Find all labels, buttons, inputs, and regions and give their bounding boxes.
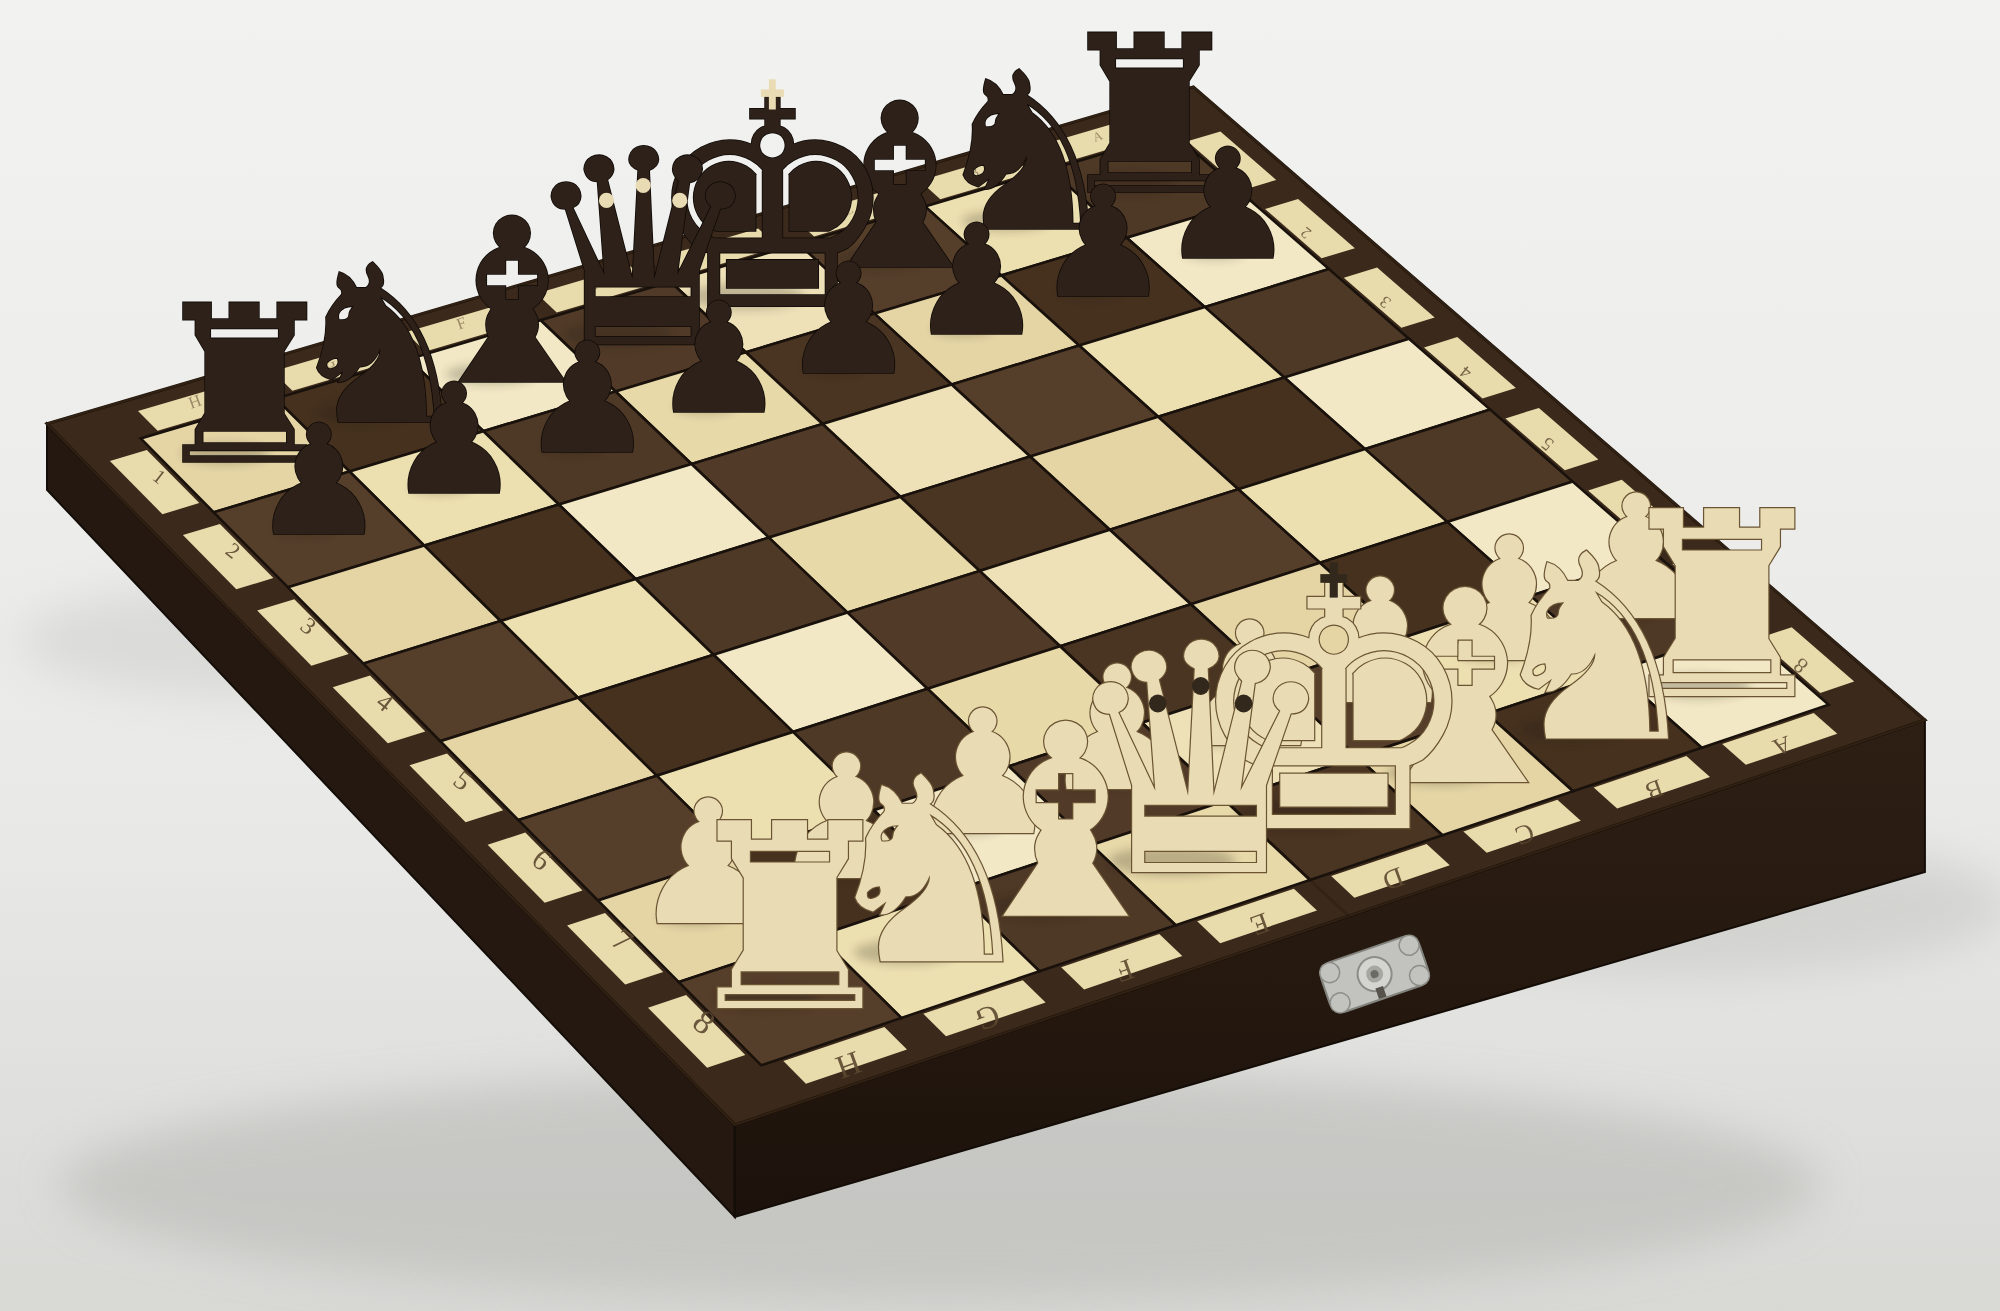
white-queen-crown-ball xyxy=(1192,677,1210,695)
black-queen-crown-ball xyxy=(636,178,651,193)
chess-photo-scene: 1122334455667788AABBCCDDEEFFGGHH♜♞♟♝♟♚♟♛… xyxy=(0,0,2000,1311)
white-queen-crown-ball xyxy=(1235,695,1253,713)
piece-black-pawn-e2[interactable]: ♟ xyxy=(650,270,787,448)
piece-black-pawn-d2[interactable]: ♟ xyxy=(780,231,917,409)
piece-black-pawn-h2[interactable]: ♟ xyxy=(250,392,387,570)
piece-white-rook-h8[interactable]: ♜ xyxy=(675,769,905,1069)
piece-black-pawn-f2[interactable]: ♟ xyxy=(519,310,656,488)
piece-black-pawn-b2[interactable]: ♟ xyxy=(1035,154,1172,332)
black-queen-crown-ball xyxy=(672,193,687,208)
piece-black-pawn-c2[interactable]: ♟ xyxy=(908,192,1045,370)
piece-black-pawn-g2[interactable]: ♟ xyxy=(386,351,523,529)
piece-black-pawn-a2[interactable]: ♟ xyxy=(1159,116,1296,294)
chessboard-photo: 1122334455667788AABBCCDDEEFFGGHH♜♞♟♝♟♚♟♛… xyxy=(0,0,2000,1311)
